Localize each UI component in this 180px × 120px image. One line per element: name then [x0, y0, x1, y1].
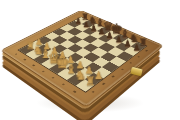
black-rook: ♜: [133, 38, 152, 48]
frame-inlay-dot: [41, 70, 45, 72]
square-e5[interactable]: [83, 43, 99, 52]
frame-inlay-dot: [23, 59, 27, 61]
box-lid-top: ♜♟♟♜♞♟♟♞♝♟♟♝♛♟♟♛♚♟♟♚♝♟♟♝♞♟♟♞♜♟♟♜: [0, 10, 164, 108]
scene: ♜♟♟♜♞♟♟♞♝♟♟♝♛♟♟♛♚♟♟♚♝♟♟♝♞♟♟♞♜♟♟♜: [0, 0, 180, 120]
frame-inlay-dot: [112, 75, 116, 77]
frame-inlay-dot: [145, 50, 148, 52]
black-bishop: ♝: [91, 18, 109, 28]
frame-inlay-dot: [51, 77, 55, 80]
frame-inlay-dot: [129, 62, 133, 64]
frame-inlay-dot: [121, 68, 125, 70]
black-knight: ♞: [124, 33, 143, 44]
frame-inlay-dot: [137, 56, 140, 58]
frame-inlay-dot: [72, 90, 76, 93]
frame-inlay-dot: [102, 83, 106, 86]
frame-inlay-dot: [92, 91, 96, 94]
chess-set-photo: ♜♟♟♜♞♟♟♞♝♟♟♝♛♟♟♛♚♟♟♚♝♟♟♝♞♟♟♞♜♟♟♜: [0, 0, 180, 120]
frame-inlay-dot: [61, 83, 65, 86]
square-h7[interactable]: ♟: [124, 47, 140, 56]
frame-inlay-dot: [32, 64, 36, 66]
frame-inlay-dot: [14, 53, 18, 55]
black-bishop: ♝: [115, 29, 134, 40]
black-knight: ♞: [84, 15, 101, 25]
square-h6[interactable]: [117, 51, 133, 61]
